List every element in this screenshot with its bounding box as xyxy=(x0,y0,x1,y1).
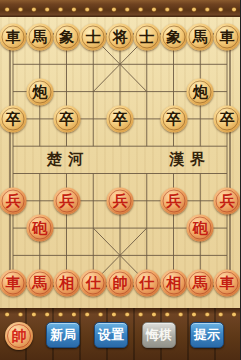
top-wood-border xyxy=(0,0,240,17)
piece-red-advisor[interactable]: 仕 xyxy=(80,269,107,296)
bottom-studs-row xyxy=(0,311,240,318)
piece-black-soldier[interactable]: 卒 xyxy=(53,105,80,132)
piece-red-soldier[interactable]: 兵 xyxy=(214,187,241,214)
piece-black-advisor[interactable]: 士 xyxy=(80,24,107,51)
piece-red-horse[interactable]: 馬 xyxy=(187,269,214,296)
piece-red-soldier[interactable]: 兵 xyxy=(107,187,134,214)
piece-red-elephant[interactable]: 相 xyxy=(53,269,80,296)
button-hint[interactable]: 提示 xyxy=(190,322,224,348)
piece-red-horse[interactable]: 馬 xyxy=(26,269,53,296)
piece-black-soldier[interactable]: 卒 xyxy=(0,105,27,132)
piece-black-horse[interactable]: 馬 xyxy=(187,24,214,51)
turn-indicator-piece: 帥 xyxy=(5,322,33,350)
xiangqi-app: 楚河 漢界 車馬象士将士象馬車炮炮卒卒卒卒卒兵兵兵兵兵砲砲車馬相仕帥仕相馬車 帥… xyxy=(0,0,240,360)
piece-red-general[interactable]: 帥 xyxy=(107,269,134,296)
piece-black-general[interactable]: 将 xyxy=(107,24,134,51)
board-pieces[interactable]: 車馬象士将士象馬車炮炮卒卒卒卒卒兵兵兵兵兵砲砲車馬相仕帥仕相馬車 xyxy=(0,0,240,360)
toolbar-buttons: 新局设置悔棋提示 xyxy=(46,322,224,349)
piece-red-soldier[interactable]: 兵 xyxy=(53,187,80,214)
piece-red-advisor[interactable]: 仕 xyxy=(133,269,160,296)
piece-red-soldier[interactable]: 兵 xyxy=(160,187,187,214)
piece-black-chariot[interactable]: 車 xyxy=(0,24,27,51)
bottom-wood-toolbar: 帥 新局设置悔棋提示 xyxy=(0,308,240,360)
piece-black-soldier[interactable]: 卒 xyxy=(107,105,134,132)
piece-red-chariot[interactable]: 車 xyxy=(0,269,27,296)
button-new-game[interactable]: 新局 xyxy=(46,322,80,348)
piece-red-elephant[interactable]: 相 xyxy=(160,269,187,296)
piece-red-cannon[interactable]: 砲 xyxy=(26,215,53,242)
piece-black-advisor[interactable]: 士 xyxy=(133,24,160,51)
top-studs-row xyxy=(0,6,240,13)
piece-red-cannon[interactable]: 砲 xyxy=(187,215,214,242)
button-settings[interactable]: 设置 xyxy=(94,322,128,348)
piece-red-soldier[interactable]: 兵 xyxy=(0,187,27,214)
piece-black-elephant[interactable]: 象 xyxy=(53,24,80,51)
piece-black-soldier[interactable]: 卒 xyxy=(160,105,187,132)
button-undo[interactable]: 悔棋 xyxy=(142,322,176,348)
piece-black-elephant[interactable]: 象 xyxy=(160,24,187,51)
piece-black-horse[interactable]: 馬 xyxy=(26,24,53,51)
piece-black-cannon[interactable]: 炮 xyxy=(187,78,214,105)
piece-black-soldier[interactable]: 卒 xyxy=(214,105,241,132)
piece-black-cannon[interactable]: 炮 xyxy=(26,78,53,105)
piece-black-chariot[interactable]: 車 xyxy=(214,24,241,51)
piece-red-chariot[interactable]: 車 xyxy=(214,269,241,296)
